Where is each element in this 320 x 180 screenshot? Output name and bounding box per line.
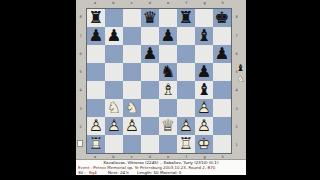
coord-label: 1 <box>234 136 239 154</box>
small-marker-button[interactable] <box>77 140 83 147</box>
piece-black-bishop: ♝ <box>195 28 213 44</box>
piece-outline: ♘ <box>159 64 177 80</box>
square-f3[interactable] <box>177 99 195 117</box>
square-d7[interactable] <box>141 27 159 45</box>
piece-white-pawn: ♟ <box>195 100 213 116</box>
material-tray: ♝♗♞♘ <box>235 63 246 85</box>
square-g2[interactable]: ♟♙ <box>195 117 213 135</box>
square-c8[interactable] <box>123 9 141 27</box>
square-b3[interactable]: ♞♘ <box>105 99 123 117</box>
coord-label: 7 <box>78 26 83 44</box>
piece-white-pawn: ♟ <box>123 118 141 134</box>
piece-outline: ♖ <box>177 136 195 152</box>
square-a4[interactable] <box>87 81 105 99</box>
piece-outline: ♙ <box>195 100 213 116</box>
square-f1[interactable]: ♜♖ <box>177 135 195 153</box>
piece-black-rook: ♜ <box>87 10 105 26</box>
square-g5[interactable]: ♟♙ <box>195 63 213 81</box>
square-c6[interactable] <box>123 45 141 63</box>
square-g1[interactable]: ♚♔ <box>195 135 213 153</box>
coord-label: 6 <box>234 45 239 63</box>
square-a2[interactable]: ♟♙ <box>87 117 105 135</box>
piece-black-pawn: ♟ <box>87 28 105 44</box>
square-e2[interactable]: ♛♕ <box>159 117 177 135</box>
piece-outline: ♙ <box>123 118 141 134</box>
coord-label: 5 <box>78 63 83 81</box>
piece-white-king: ♚ <box>195 136 213 152</box>
current-move: Bg4 <box>89 171 97 175</box>
piece-outline: ♙ <box>87 118 105 134</box>
square-g6[interactable] <box>195 45 213 63</box>
square-a8[interactable]: ♜♖ <box>87 9 105 27</box>
square-b4[interactable] <box>105 81 123 99</box>
square-a3[interactable] <box>87 99 105 117</box>
piece-white-pawn: ♟ <box>195 118 213 134</box>
square-d3[interactable] <box>141 99 159 117</box>
tray-piece-black-bishop: ♝♗ <box>235 63 246 74</box>
coord-label: f <box>177 1 195 5</box>
square-h5[interactable] <box>213 63 231 81</box>
piece-outline: ♕ <box>141 10 159 26</box>
piece-black-pawn: ♟ <box>195 64 213 80</box>
piece-black-queen: ♛ <box>141 10 159 26</box>
piece-outline: ♖ <box>87 136 105 152</box>
coord-label: 3 <box>78 99 83 117</box>
square-f8[interactable]: ♜♖ <box>177 9 195 27</box>
video-frame: abcdefgh abcdefgh 87654321 87654321 ♜♖♛♕… <box>0 0 320 180</box>
piece-outline: ♘ <box>123 100 141 116</box>
letterbox-left <box>0 0 76 180</box>
square-b5[interactable] <box>105 63 123 81</box>
piece-outline: ♗ <box>235 64 246 73</box>
coord-label: d <box>141 1 159 5</box>
coord-label: b <box>104 1 122 5</box>
piece-white-pawn: ♟ <box>177 118 195 134</box>
square-e1[interactable] <box>159 135 177 153</box>
square-a5[interactable] <box>87 63 105 81</box>
square-h6[interactable]: ♟♙ <box>213 45 231 63</box>
square-h3[interactable] <box>213 99 231 117</box>
file-labels-top: abcdefgh <box>86 1 232 5</box>
coord-label: 4 <box>78 81 83 99</box>
square-f7[interactable] <box>177 27 195 45</box>
piece-outline: ♙ <box>141 46 159 62</box>
piece-white-rook: ♜ <box>177 136 195 152</box>
square-f4[interactable] <box>177 81 195 99</box>
piece-outline: ♙ <box>159 28 177 44</box>
piece-outline: ♙ <box>105 118 123 134</box>
piece-black-pawn: ♟ <box>159 28 177 44</box>
square-b2[interactable]: ♟♙ <box>105 117 123 135</box>
square-a7[interactable]: ♟♙ <box>87 27 105 45</box>
square-g8[interactable] <box>195 9 213 27</box>
material-label: Material: 0 <box>160 171 181 175</box>
square-c2[interactable]: ♟♙ <box>123 117 141 135</box>
piece-outline: ♔ <box>195 136 213 152</box>
square-d4[interactable] <box>141 81 159 99</box>
piece-outline: ♙ <box>105 28 123 44</box>
piece-outline: ♕ <box>159 118 177 134</box>
coord-label: 2 <box>78 118 83 136</box>
coord-label: c <box>123 1 141 5</box>
square-d2[interactable] <box>141 117 159 135</box>
length-label: Length: 50 <box>137 171 159 175</box>
piece-outline: ♙ <box>213 46 231 62</box>
piece-black-rook: ♜ <box>177 10 195 26</box>
piece-outline: ♗ <box>195 82 213 98</box>
status-panel: Kavaliovas, Viktoras (2245) -- Kabaliov,… <box>76 159 246 175</box>
piece-outline: ♙ <box>177 118 195 134</box>
coord-label: 3 <box>234 99 239 117</box>
piece-white-pawn: ♟ <box>105 118 123 134</box>
square-b1[interactable] <box>105 135 123 153</box>
coord-label: 6 <box>78 45 83 63</box>
coord-label: a <box>86 1 104 5</box>
square-h1[interactable] <box>213 135 231 153</box>
square-d5[interactable] <box>141 63 159 81</box>
piece-outline: ♖ <box>177 10 195 26</box>
piece-black-king: ♚ <box>213 10 231 26</box>
next-label: Next: 24 h <box>108 171 129 175</box>
square-f2[interactable]: ♟♙ <box>177 117 195 135</box>
square-b7[interactable]: ♟♙ <box>105 27 123 45</box>
square-d8[interactable]: ♛♕ <box>141 9 159 27</box>
piece-outline: ♙ <box>195 118 213 134</box>
square-e6[interactable] <box>159 45 177 63</box>
piece-outline: ♔ <box>213 10 231 26</box>
square-c1[interactable] <box>123 135 141 153</box>
square-b8[interactable] <box>105 9 123 27</box>
square-d1[interactable] <box>141 135 159 153</box>
square-g4[interactable]: ♝♗ <box>195 81 213 99</box>
piece-white-knight: ♞ <box>123 100 141 116</box>
square-a6[interactable] <box>87 45 105 63</box>
piece-outline: ♙ <box>195 64 213 80</box>
square-h8[interactable]: ♚♔ <box>213 9 231 27</box>
piece-black-pawn: ♟ <box>105 28 123 44</box>
square-e8[interactable] <box>159 9 177 27</box>
piece-black-bishop: ♝ <box>235 64 246 73</box>
rank-labels-left: 87654321 <box>78 8 83 154</box>
coord-label: 2 <box>234 118 239 136</box>
coord-label: e <box>159 1 177 5</box>
piece-outline: ♘ <box>235 75 246 84</box>
piece-outline: ♘ <box>105 100 123 116</box>
square-g7[interactable]: ♝♗ <box>195 27 213 45</box>
piece-white-knight: ♞ <box>105 100 123 116</box>
piece-black-pawn: ♟ <box>213 46 231 62</box>
coord-label: g <box>196 1 214 5</box>
tray-piece-white-knight: ♞♘ <box>235 74 246 85</box>
square-c7[interactable] <box>123 27 141 45</box>
piece-black-pawn: ♟ <box>141 46 159 62</box>
square-e3[interactable] <box>159 99 177 117</box>
move-number: 30 : <box>78 171 86 175</box>
chess-viewer-panel: abcdefgh abcdefgh 87654321 87654321 ♜♖♛♕… <box>76 0 246 175</box>
piece-outline: ♖ <box>87 10 105 26</box>
piece-black-bishop: ♝ <box>195 82 213 98</box>
piece-white-queen: ♛ <box>159 118 177 134</box>
piece-white-rook: ♜ <box>87 136 105 152</box>
square-h4[interactable] <box>213 81 231 99</box>
square-f6[interactable] <box>177 45 195 63</box>
square-e5[interactable]: ♞♘ <box>159 63 177 81</box>
piece-outline: ♗ <box>159 82 177 98</box>
square-g3[interactable]: ♟♙ <box>195 99 213 117</box>
square-c4[interactable] <box>123 81 141 99</box>
square-h2[interactable] <box>213 117 231 135</box>
square-c3[interactable]: ♞♘ <box>123 99 141 117</box>
square-h7[interactable] <box>213 27 231 45</box>
square-b6[interactable] <box>105 45 123 63</box>
square-e7[interactable]: ♟♙ <box>159 27 177 45</box>
chess-board: ♜♖♛♕♜♖♚♔♟♙♟♙♟♙♝♗♟♙♟♙♞♘♟♙♝♗♝♗♞♘♞♘♟♙♟♙♟♙♟♙… <box>86 8 232 154</box>
piece-white-pawn: ♟ <box>87 118 105 134</box>
square-c5[interactable] <box>123 63 141 81</box>
piece-outline: ♙ <box>87 28 105 44</box>
piece-outline: ♗ <box>195 28 213 44</box>
coord-label: 7 <box>234 26 239 44</box>
piece-white-knight: ♞ <box>235 75 246 84</box>
square-e4[interactable]: ♝♗ <box>159 81 177 99</box>
square-a1[interactable]: ♜♖ <box>87 135 105 153</box>
coord-label: 8 <box>78 8 83 26</box>
coord-label: 8 <box>234 8 239 26</box>
square-f5[interactable] <box>177 63 195 81</box>
square-d6[interactable]: ♟♙ <box>141 45 159 63</box>
letterbox-right <box>246 0 320 180</box>
coord-label: h <box>214 1 232 5</box>
piece-black-knight: ♞ <box>159 64 177 80</box>
piece-white-bishop: ♝ <box>159 82 177 98</box>
